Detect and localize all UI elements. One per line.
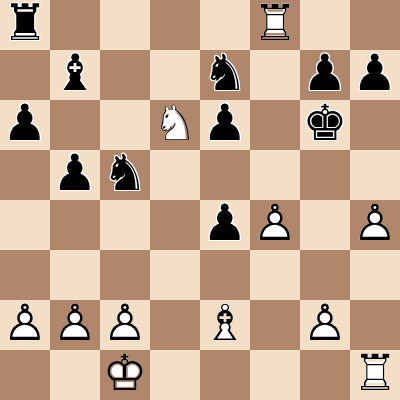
- square-e2[interactable]: ♝♗: [200, 300, 250, 350]
- black-king-icon: ♚: [300, 100, 350, 150]
- square-b3[interactable]: [50, 250, 100, 300]
- piece-black-pawn[interactable]: ♟: [0, 100, 50, 150]
- square-e3[interactable]: [200, 250, 250, 300]
- piece-white-pawn[interactable]: ♟♙: [250, 200, 300, 250]
- square-g3[interactable]: [300, 250, 350, 300]
- square-c4[interactable]: [100, 200, 150, 250]
- piece-black-pawn[interactable]: ♟: [200, 200, 250, 250]
- square-c5[interactable]: ♞: [100, 150, 150, 200]
- chess-board: ♜♜♖♝♞♟♟♟♞♘♟♚♟♞♟♟♙♟♙♟♙♟♙♟♙♝♗♟♙♚♔♜♖: [0, 0, 400, 400]
- square-f1[interactable]: [250, 350, 300, 400]
- piece-black-king[interactable]: ♚: [300, 100, 350, 150]
- black-rook-icon: ♜: [0, 0, 50, 50]
- white-king-outline-icon: ♔: [100, 350, 150, 400]
- piece-black-knight[interactable]: ♞: [200, 50, 250, 100]
- white-rook-outline-icon: ♖: [350, 350, 400, 400]
- square-f7[interactable]: [250, 50, 300, 100]
- square-d7[interactable]: [150, 50, 200, 100]
- black-knight-icon: ♞: [200, 50, 250, 100]
- square-g4[interactable]: [300, 200, 350, 250]
- square-c2[interactable]: ♟♙: [100, 300, 150, 350]
- square-a3[interactable]: [0, 250, 50, 300]
- square-b7[interactable]: ♝: [50, 50, 100, 100]
- square-g5[interactable]: [300, 150, 350, 200]
- black-pawn-icon: ♟: [200, 100, 250, 150]
- square-a8[interactable]: ♜: [0, 0, 50, 50]
- square-f3[interactable]: [250, 250, 300, 300]
- white-pawn-outline-icon: ♙: [350, 200, 400, 250]
- piece-black-knight[interactable]: ♞: [100, 150, 150, 200]
- square-d2[interactable]: [150, 300, 200, 350]
- square-c6[interactable]: [100, 100, 150, 150]
- square-a2[interactable]: ♟♙: [0, 300, 50, 350]
- piece-white-king[interactable]: ♚♔: [100, 350, 150, 400]
- square-f8[interactable]: ♜♖: [250, 0, 300, 50]
- square-g8[interactable]: [300, 0, 350, 50]
- square-b1[interactable]: [50, 350, 100, 400]
- square-d6[interactable]: ♞♘: [150, 100, 200, 150]
- square-b5[interactable]: ♟: [50, 150, 100, 200]
- square-a4[interactable]: [0, 200, 50, 250]
- square-c3[interactable]: [100, 250, 150, 300]
- square-d3[interactable]: [150, 250, 200, 300]
- square-e1[interactable]: [200, 350, 250, 400]
- white-knight-outline-icon: ♘: [150, 100, 200, 150]
- square-h6[interactable]: [350, 100, 400, 150]
- white-pawn-outline-icon: ♙: [0, 300, 50, 350]
- square-b8[interactable]: [50, 0, 100, 50]
- piece-black-pawn[interactable]: ♟: [200, 100, 250, 150]
- square-f6[interactable]: [250, 100, 300, 150]
- black-knight-icon: ♞: [100, 150, 150, 200]
- square-c1[interactable]: ♚♔: [100, 350, 150, 400]
- square-h8[interactable]: [350, 0, 400, 50]
- square-h4[interactable]: ♟♙: [350, 200, 400, 250]
- piece-white-pawn[interactable]: ♟♙: [0, 300, 50, 350]
- square-d1[interactable]: [150, 350, 200, 400]
- square-h3[interactable]: [350, 250, 400, 300]
- square-h2[interactable]: [350, 300, 400, 350]
- square-a5[interactable]: [0, 150, 50, 200]
- black-pawn-icon: ♟: [300, 50, 350, 100]
- square-e6[interactable]: ♟: [200, 100, 250, 150]
- square-h7[interactable]: ♟: [350, 50, 400, 100]
- piece-white-pawn[interactable]: ♟♙: [100, 300, 150, 350]
- square-a7[interactable]: [0, 50, 50, 100]
- piece-white-pawn[interactable]: ♟♙: [50, 300, 100, 350]
- piece-white-bishop[interactable]: ♝♗: [200, 300, 250, 350]
- piece-black-bishop[interactable]: ♝: [50, 50, 100, 100]
- square-e7[interactable]: ♞: [200, 50, 250, 100]
- piece-white-rook[interactable]: ♜♖: [350, 350, 400, 400]
- piece-black-rook[interactable]: ♜: [0, 0, 50, 50]
- piece-white-knight[interactable]: ♞♘: [150, 100, 200, 150]
- piece-black-pawn[interactable]: ♟: [300, 50, 350, 100]
- square-h5[interactable]: [350, 150, 400, 200]
- black-pawn-icon: ♟: [50, 150, 100, 200]
- white-pawn-outline-icon: ♙: [100, 300, 150, 350]
- white-bishop-outline-icon: ♗: [200, 300, 250, 350]
- piece-white-pawn[interactable]: ♟♙: [300, 300, 350, 350]
- white-pawn-outline-icon: ♙: [250, 200, 300, 250]
- square-f2[interactable]: [250, 300, 300, 350]
- black-pawn-icon: ♟: [350, 50, 400, 100]
- square-c7[interactable]: [100, 50, 150, 100]
- square-b6[interactable]: [50, 100, 100, 150]
- black-pawn-icon: ♟: [200, 200, 250, 250]
- white-pawn-outline-icon: ♙: [50, 300, 100, 350]
- piece-white-pawn[interactable]: ♟♙: [350, 200, 400, 250]
- black-pawn-icon: ♟: [0, 100, 50, 150]
- square-a1[interactable]: [0, 350, 50, 400]
- square-h1[interactable]: ♜♖: [350, 350, 400, 400]
- square-g7[interactable]: ♟: [300, 50, 350, 100]
- square-e8[interactable]: [200, 0, 250, 50]
- black-bishop-icon: ♝: [50, 50, 100, 100]
- piece-black-pawn[interactable]: ♟: [50, 150, 100, 200]
- square-g1[interactable]: [300, 350, 350, 400]
- square-g6[interactable]: ♚: [300, 100, 350, 150]
- square-b2[interactable]: ♟♙: [50, 300, 100, 350]
- piece-black-pawn[interactable]: ♟: [350, 50, 400, 100]
- square-a6[interactable]: ♟: [0, 100, 50, 150]
- square-e4[interactable]: ♟: [200, 200, 250, 250]
- square-d8[interactable]: [150, 0, 200, 50]
- square-e5[interactable]: [200, 150, 250, 200]
- piece-white-rook[interactable]: ♜♖: [250, 0, 300, 50]
- square-f4[interactable]: ♟♙: [250, 200, 300, 250]
- square-d5[interactable]: [150, 150, 200, 200]
- square-d4[interactable]: [150, 200, 200, 250]
- square-f5[interactable]: [250, 150, 300, 200]
- square-b4[interactable]: [50, 200, 100, 250]
- white-pawn-outline-icon: ♙: [300, 300, 350, 350]
- square-c8[interactable]: [100, 0, 150, 50]
- white-rook-outline-icon: ♖: [250, 0, 300, 50]
- square-g2[interactable]: ♟♙: [300, 300, 350, 350]
